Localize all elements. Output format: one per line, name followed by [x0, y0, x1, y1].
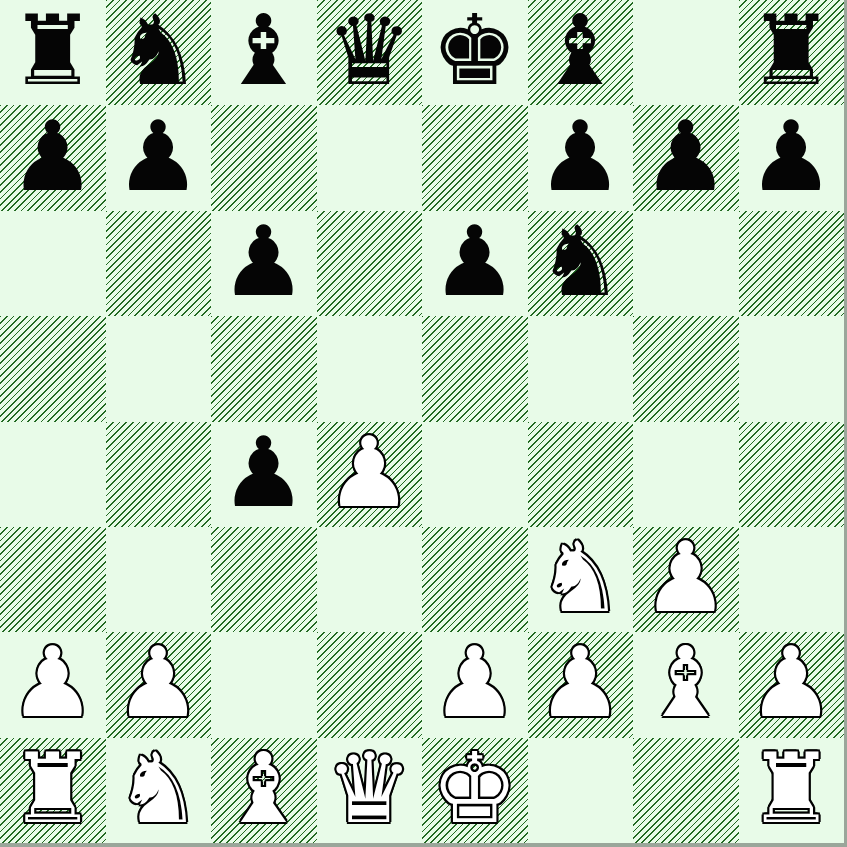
square-g6[interactable] [633, 211, 739, 316]
square-a4[interactable] [0, 422, 106, 527]
square-d3[interactable] [317, 527, 423, 632]
white-pawn: ♟ [537, 634, 624, 731]
square-g7[interactable]: ♟ [633, 105, 739, 210]
square-g2[interactable]: ♝ [633, 632, 739, 737]
chess-board-frame: ♜♞♝♛♚♝♜♟♟♟♟♟♟♟♞♟♟♞♟♟♟♟♟♝♟♜♞♝♛♚♜ [0, 0, 847, 847]
square-b7[interactable]: ♟ [106, 105, 212, 210]
square-b2[interactable]: ♟ [106, 632, 212, 737]
square-b8[interactable]: ♞ [106, 0, 212, 105]
square-d8[interactable]: ♛ [317, 0, 423, 105]
square-f7[interactable]: ♟ [528, 105, 634, 210]
square-c5[interactable] [211, 316, 317, 421]
black-pawn: ♟ [9, 108, 96, 205]
square-d7[interactable] [317, 105, 423, 210]
square-a2[interactable]: ♟ [0, 632, 106, 737]
square-a5[interactable] [0, 316, 106, 421]
square-d5[interactable] [317, 316, 423, 421]
white-rook: ♜ [748, 740, 835, 837]
square-a3[interactable] [0, 527, 106, 632]
square-b4[interactable] [106, 422, 212, 527]
black-rook: ♜ [9, 2, 96, 99]
square-c1[interactable]: ♝ [211, 738, 317, 843]
square-e3[interactable] [422, 527, 528, 632]
square-f3[interactable]: ♞ [528, 527, 634, 632]
black-knight: ♞ [115, 2, 202, 99]
square-d2[interactable] [317, 632, 423, 737]
white-pawn: ♟ [115, 634, 202, 731]
square-f6[interactable]: ♞ [528, 211, 634, 316]
square-h6[interactable] [739, 211, 845, 316]
black-pawn: ♟ [220, 424, 307, 521]
white-pawn: ♟ [748, 634, 835, 731]
white-king: ♚ [431, 740, 518, 837]
square-d4[interactable]: ♟ [317, 422, 423, 527]
square-h7[interactable]: ♟ [739, 105, 845, 210]
white-knight: ♞ [537, 529, 624, 626]
square-h8[interactable]: ♜ [739, 0, 845, 105]
square-d1[interactable]: ♛ [317, 738, 423, 843]
square-h1[interactable]: ♜ [739, 738, 845, 843]
square-g8[interactable] [633, 0, 739, 105]
white-rook: ♜ [9, 740, 96, 837]
square-c4[interactable]: ♟ [211, 422, 317, 527]
square-d6[interactable] [317, 211, 423, 316]
black-knight: ♞ [537, 213, 624, 310]
square-f8[interactable]: ♝ [528, 0, 634, 105]
square-c7[interactable] [211, 105, 317, 210]
white-bishop: ♝ [220, 740, 307, 837]
black-pawn: ♟ [220, 213, 307, 310]
square-e8[interactable]: ♚ [422, 0, 528, 105]
black-bishop: ♝ [220, 2, 307, 99]
square-b6[interactable] [106, 211, 212, 316]
square-a7[interactable]: ♟ [0, 105, 106, 210]
square-a1[interactable]: ♜ [0, 738, 106, 843]
square-g4[interactable] [633, 422, 739, 527]
square-a8[interactable]: ♜ [0, 0, 106, 105]
black-pawn: ♟ [431, 213, 518, 310]
square-e1[interactable]: ♚ [422, 738, 528, 843]
square-h5[interactable] [739, 316, 845, 421]
square-h3[interactable] [739, 527, 845, 632]
white-knight: ♞ [115, 740, 202, 837]
square-f1[interactable] [528, 738, 634, 843]
white-pawn: ♟ [9, 634, 96, 731]
square-f2[interactable]: ♟ [528, 632, 634, 737]
square-c3[interactable] [211, 527, 317, 632]
black-queen: ♛ [326, 2, 413, 99]
square-e4[interactable] [422, 422, 528, 527]
black-pawn: ♟ [748, 108, 835, 205]
square-b3[interactable] [106, 527, 212, 632]
square-g3[interactable]: ♟ [633, 527, 739, 632]
square-c2[interactable] [211, 632, 317, 737]
black-king: ♚ [431, 2, 518, 99]
square-c8[interactable]: ♝ [211, 0, 317, 105]
square-a6[interactable] [0, 211, 106, 316]
black-pawn: ♟ [642, 108, 729, 205]
square-g5[interactable] [633, 316, 739, 421]
white-bishop: ♝ [642, 634, 729, 731]
black-rook: ♜ [748, 2, 835, 99]
white-pawn: ♟ [642, 529, 729, 626]
square-f5[interactable] [528, 316, 634, 421]
white-pawn: ♟ [326, 424, 413, 521]
square-h2[interactable]: ♟ [739, 632, 845, 737]
square-b5[interactable] [106, 316, 212, 421]
square-g1[interactable] [633, 738, 739, 843]
chess-board: ♜♞♝♛♚♝♜♟♟♟♟♟♟♟♞♟♟♞♟♟♟♟♟♝♟♜♞♝♛♚♜ [0, 0, 844, 843]
square-c6[interactable]: ♟ [211, 211, 317, 316]
square-e6[interactable]: ♟ [422, 211, 528, 316]
black-bishop: ♝ [537, 2, 624, 99]
square-h4[interactable] [739, 422, 845, 527]
square-f4[interactable] [528, 422, 634, 527]
white-pawn: ♟ [431, 634, 518, 731]
square-b1[interactable]: ♞ [106, 738, 212, 843]
black-pawn: ♟ [537, 108, 624, 205]
square-e5[interactable] [422, 316, 528, 421]
square-e7[interactable] [422, 105, 528, 210]
black-pawn: ♟ [115, 108, 202, 205]
square-e2[interactable]: ♟ [422, 632, 528, 737]
white-queen: ♛ [326, 740, 413, 837]
